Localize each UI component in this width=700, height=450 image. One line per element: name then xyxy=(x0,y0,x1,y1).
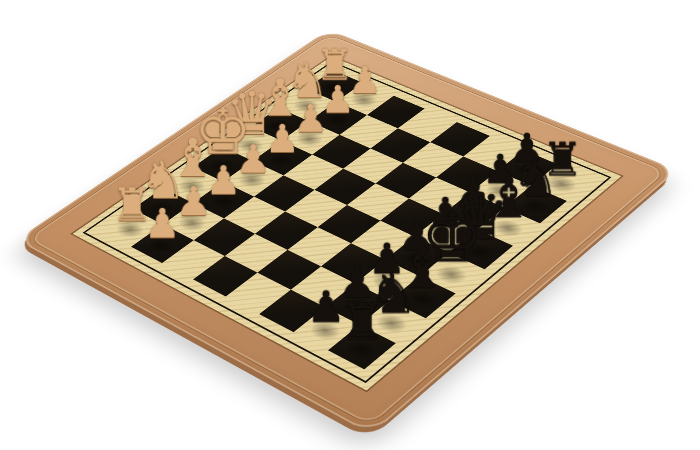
black-rook-icon: ♜ xyxy=(316,297,408,347)
chess-set-photo: ♜♟♟♜♞♟♟♞♝♟♟♝♛♟♟♛♚♟♟♚♝♟♟♝♞♟♟♞♜♟♟♜ xyxy=(0,0,700,450)
chess-board: ♜♟♟♜♞♟♟♞♝♟♟♝♛♟♟♛♚♟♟♚♝♟♟♝♞♟♟♞♜♟♟♜ xyxy=(16,29,677,434)
white-pawn-icon: ♟ xyxy=(120,203,205,244)
